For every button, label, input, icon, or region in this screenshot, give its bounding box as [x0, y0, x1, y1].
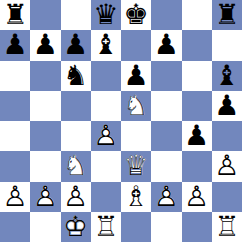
square-f6[interactable] — [151, 61, 181, 91]
white-king[interactable]: ♚♔ — [61, 212, 91, 242]
black-pawn[interactable]: ♟ — [151, 30, 181, 60]
square-e7[interactable] — [121, 30, 151, 60]
square-e6[interactable]: ♟ — [121, 61, 151, 91]
square-b8[interactable] — [30, 0, 60, 30]
white-knight[interactable]: ♞♘ — [61, 151, 91, 181]
square-c8[interactable] — [61, 0, 91, 30]
square-d1[interactable]: ♜♖ — [91, 212, 121, 242]
square-g3[interactable] — [182, 151, 212, 181]
square-f1[interactable] — [151, 212, 181, 242]
square-g1[interactable] — [182, 212, 212, 242]
white-pawn[interactable]: ♟♙ — [151, 182, 181, 212]
black-pawn[interactable]: ♟ — [61, 30, 91, 60]
square-b2[interactable]: ♟♙ — [30, 182, 60, 212]
square-b6[interactable] — [30, 61, 60, 91]
square-c3[interactable]: ♞♘ — [61, 151, 91, 181]
square-c7[interactable]: ♟ — [61, 30, 91, 60]
square-a8[interactable]: ♜ — [0, 0, 30, 30]
white-queen[interactable]: ♛♕ — [121, 151, 151, 181]
white-pawn[interactable]: ♟♙ — [0, 182, 30, 212]
square-h2[interactable] — [212, 182, 242, 212]
square-b3[interactable] — [30, 151, 60, 181]
square-f2[interactable]: ♟♙ — [151, 182, 181, 212]
square-f5[interactable] — [151, 91, 181, 121]
black-queen[interactable]: ♛ — [91, 0, 121, 30]
square-e2[interactable]: ♝♗ — [121, 182, 151, 212]
square-a5[interactable] — [0, 91, 30, 121]
square-e5[interactable]: ♞♘ — [121, 91, 151, 121]
white-pawn[interactable]: ♟♙ — [212, 151, 242, 181]
white-pawn[interactable]: ♟♙ — [30, 182, 60, 212]
square-a2[interactable]: ♟♙ — [0, 182, 30, 212]
square-c5[interactable] — [61, 91, 91, 121]
square-a6[interactable] — [0, 61, 30, 91]
square-b7[interactable]: ♟ — [30, 30, 60, 60]
square-g7[interactable] — [182, 30, 212, 60]
square-g4[interactable]: ♟ — [182, 121, 212, 151]
black-bishop[interactable]: ♝ — [212, 61, 242, 91]
black-pawn[interactable]: ♟ — [212, 91, 242, 121]
black-knight[interactable]: ♞ — [61, 61, 91, 91]
white-pawn[interactable]: ♟♙ — [61, 182, 91, 212]
square-e3[interactable]: ♛♕ — [121, 151, 151, 181]
square-c2[interactable]: ♟♙ — [61, 182, 91, 212]
square-h8[interactable]: ♜ — [212, 0, 242, 30]
black-pawn[interactable]: ♟ — [182, 121, 212, 151]
square-g8[interactable] — [182, 0, 212, 30]
square-a1[interactable] — [0, 212, 30, 242]
black-bishop[interactable]: ♝ — [91, 30, 121, 60]
square-b4[interactable] — [30, 121, 60, 151]
black-king[interactable]: ♚ — [121, 0, 151, 30]
square-b1[interactable] — [30, 212, 60, 242]
square-d6[interactable] — [91, 61, 121, 91]
black-pawn[interactable]: ♟ — [0, 30, 30, 60]
square-f4[interactable] — [151, 121, 181, 151]
white-rook[interactable]: ♜♖ — [91, 212, 121, 242]
square-a3[interactable] — [0, 151, 30, 181]
square-f3[interactable] — [151, 151, 181, 181]
square-c1[interactable]: ♚♔ — [61, 212, 91, 242]
square-g5[interactable] — [182, 91, 212, 121]
square-d5[interactable] — [91, 91, 121, 121]
square-h1[interactable]: ♜♖ — [212, 212, 242, 242]
white-rook[interactable]: ♜♖ — [212, 212, 242, 242]
square-g6[interactable] — [182, 61, 212, 91]
white-knight[interactable]: ♞♘ — [121, 91, 151, 121]
black-rook[interactable]: ♜ — [0, 0, 30, 30]
square-h4[interactable] — [212, 121, 242, 151]
white-pawn[interactable]: ♟♙ — [91, 121, 121, 151]
square-b5[interactable] — [30, 91, 60, 121]
black-pawn[interactable]: ♟ — [121, 61, 151, 91]
square-d7[interactable]: ♝ — [91, 30, 121, 60]
square-c4[interactable] — [61, 121, 91, 151]
square-e1[interactable] — [121, 212, 151, 242]
black-pawn[interactable]: ♟ — [30, 30, 60, 60]
square-h6[interactable]: ♝ — [212, 61, 242, 91]
square-h7[interactable] — [212, 30, 242, 60]
white-bishop[interactable]: ♝♗ — [121, 182, 151, 212]
square-a4[interactable] — [0, 121, 30, 151]
chess-board: ♜♛♚♜♟♟♟♝♟♞♟♝♞♘♟♟♙♟♞♘♛♕♟♙♟♙♟♙♟♙♝♗♟♙♟♙♚♔♜♖… — [0, 0, 242, 242]
square-f7[interactable]: ♟ — [151, 30, 181, 60]
square-h5[interactable]: ♟ — [212, 91, 242, 121]
square-d4[interactable]: ♟♙ — [91, 121, 121, 151]
square-d3[interactable] — [91, 151, 121, 181]
square-h3[interactable]: ♟♙ — [212, 151, 242, 181]
square-e8[interactable]: ♚ — [121, 0, 151, 30]
square-f8[interactable] — [151, 0, 181, 30]
white-pawn[interactable]: ♟♙ — [182, 182, 212, 212]
square-d8[interactable]: ♛ — [91, 0, 121, 30]
square-g2[interactable]: ♟♙ — [182, 182, 212, 212]
square-c6[interactable]: ♞ — [61, 61, 91, 91]
black-rook[interactable]: ♜ — [212, 0, 242, 30]
square-d2[interactable] — [91, 182, 121, 212]
square-e4[interactable] — [121, 121, 151, 151]
square-a7[interactable]: ♟ — [0, 30, 30, 60]
